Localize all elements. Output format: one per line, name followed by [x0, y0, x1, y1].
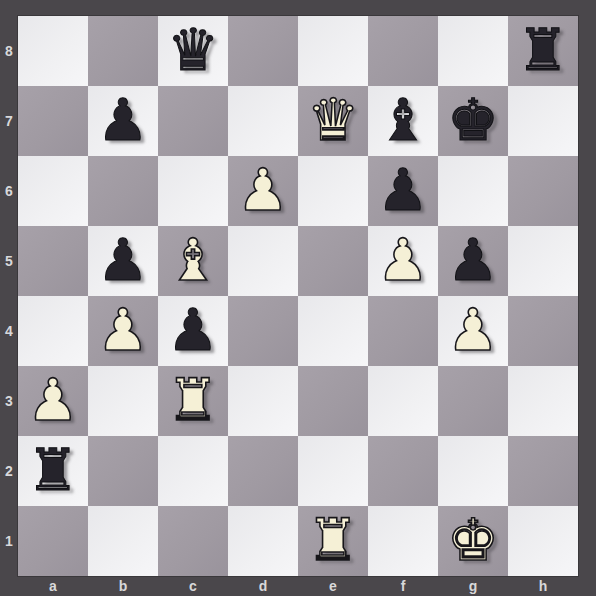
chess-board-frame: 87654321 abcdefgh ♛♜♟♛♝♚♟♟♟♝♟♟♟♟♟♟♜♜♜♚	[0, 0, 596, 596]
square-c3[interactable]: ♜	[158, 366, 228, 436]
file-label-f: f	[368, 576, 438, 596]
square-f8[interactable]	[368, 16, 438, 86]
square-g2[interactable]	[438, 436, 508, 506]
square-g6[interactable]	[438, 156, 508, 226]
square-a2[interactable]: ♜	[18, 436, 88, 506]
piece-white-queen[interactable]: ♛	[298, 86, 368, 156]
square-e7[interactable]: ♛	[298, 86, 368, 156]
square-e5[interactable]	[298, 226, 368, 296]
square-e4[interactable]	[298, 296, 368, 366]
piece-black-pawn[interactable]: ♟	[438, 226, 508, 296]
file-labels: abcdefgh	[18, 576, 578, 596]
square-c7[interactable]	[158, 86, 228, 156]
square-g3[interactable]	[438, 366, 508, 436]
square-d2[interactable]	[228, 436, 298, 506]
piece-white-rook[interactable]: ♜	[298, 506, 368, 576]
rank-label-8: 8	[0, 16, 18, 86]
square-a7[interactable]	[18, 86, 88, 156]
square-e2[interactable]	[298, 436, 368, 506]
rank-label-7: 7	[0, 86, 18, 156]
rank-label-6: 6	[0, 156, 18, 226]
piece-black-king[interactable]: ♚	[438, 86, 508, 156]
file-label-a: a	[18, 576, 88, 596]
file-label-b: b	[88, 576, 158, 596]
file-label-d: d	[228, 576, 298, 596]
square-b6[interactable]	[88, 156, 158, 226]
rank-label-1: 1	[0, 506, 18, 576]
piece-white-rook[interactable]: ♜	[158, 366, 228, 436]
square-c4[interactable]: ♟	[158, 296, 228, 366]
square-b1[interactable]	[88, 506, 158, 576]
piece-black-rook[interactable]: ♜	[18, 436, 88, 506]
square-d5[interactable]	[228, 226, 298, 296]
square-c2[interactable]	[158, 436, 228, 506]
square-h4[interactable]	[508, 296, 578, 366]
square-d8[interactable]	[228, 16, 298, 86]
square-g1[interactable]: ♚	[438, 506, 508, 576]
square-c5[interactable]: ♝	[158, 226, 228, 296]
piece-white-pawn[interactable]: ♟	[18, 366, 88, 436]
square-e6[interactable]	[298, 156, 368, 226]
piece-black-pawn[interactable]: ♟	[88, 226, 158, 296]
piece-white-pawn[interactable]: ♟	[88, 296, 158, 366]
square-f6[interactable]: ♟	[368, 156, 438, 226]
rank-label-5: 5	[0, 226, 18, 296]
file-label-g: g	[438, 576, 508, 596]
square-b5[interactable]: ♟	[88, 226, 158, 296]
chess-board[interactable]: ♛♜♟♛♝♚♟♟♟♝♟♟♟♟♟♟♜♜♜♚	[18, 16, 578, 576]
square-h7[interactable]	[508, 86, 578, 156]
square-g8[interactable]	[438, 16, 508, 86]
square-c8[interactable]: ♛	[158, 16, 228, 86]
square-c6[interactable]	[158, 156, 228, 226]
square-b3[interactable]	[88, 366, 158, 436]
file-label-e: e	[298, 576, 368, 596]
file-label-h: h	[508, 576, 578, 596]
square-a1[interactable]	[18, 506, 88, 576]
rank-label-3: 3	[0, 366, 18, 436]
square-h1[interactable]	[508, 506, 578, 576]
piece-black-rook[interactable]: ♜	[508, 16, 578, 86]
square-b8[interactable]	[88, 16, 158, 86]
square-d1[interactable]	[228, 506, 298, 576]
piece-black-pawn[interactable]: ♟	[368, 156, 438, 226]
piece-black-pawn[interactable]: ♟	[158, 296, 228, 366]
piece-white-king[interactable]: ♚	[438, 506, 508, 576]
piece-white-pawn[interactable]: ♟	[368, 226, 438, 296]
square-f1[interactable]	[368, 506, 438, 576]
square-f4[interactable]	[368, 296, 438, 366]
square-d3[interactable]	[228, 366, 298, 436]
square-c1[interactable]	[158, 506, 228, 576]
square-f3[interactable]	[368, 366, 438, 436]
square-h5[interactable]	[508, 226, 578, 296]
square-b4[interactable]: ♟	[88, 296, 158, 366]
square-a3[interactable]: ♟	[18, 366, 88, 436]
rank-label-2: 2	[0, 436, 18, 506]
square-e8[interactable]	[298, 16, 368, 86]
piece-white-pawn[interactable]: ♟	[228, 156, 298, 226]
file-label-c: c	[158, 576, 228, 596]
piece-black-queen[interactable]: ♛	[158, 16, 228, 86]
piece-black-pawn[interactable]: ♟	[88, 86, 158, 156]
square-h8[interactable]: ♜	[508, 16, 578, 86]
square-a6[interactable]	[18, 156, 88, 226]
square-a4[interactable]	[18, 296, 88, 366]
rank-labels: 87654321	[0, 16, 18, 576]
square-h6[interactable]	[508, 156, 578, 226]
square-h3[interactable]	[508, 366, 578, 436]
piece-black-bishop[interactable]: ♝	[368, 86, 438, 156]
square-f2[interactable]	[368, 436, 438, 506]
square-a5[interactable]	[18, 226, 88, 296]
rank-label-4: 4	[0, 296, 18, 366]
square-d6[interactable]: ♟	[228, 156, 298, 226]
square-e3[interactable]	[298, 366, 368, 436]
square-b7[interactable]: ♟	[88, 86, 158, 156]
piece-white-pawn[interactable]: ♟	[438, 296, 508, 366]
square-b2[interactable]	[88, 436, 158, 506]
square-g4[interactable]: ♟	[438, 296, 508, 366]
square-f5[interactable]: ♟	[368, 226, 438, 296]
piece-white-bishop[interactable]: ♝	[158, 226, 228, 296]
square-d7[interactable]	[228, 86, 298, 156]
square-d4[interactable]	[228, 296, 298, 366]
square-e1[interactable]: ♜	[298, 506, 368, 576]
square-f7[interactable]: ♝	[368, 86, 438, 156]
square-g5[interactable]: ♟	[438, 226, 508, 296]
square-g7[interactable]: ♚	[438, 86, 508, 156]
square-a8[interactable]	[18, 16, 88, 86]
square-h2[interactable]	[508, 436, 578, 506]
